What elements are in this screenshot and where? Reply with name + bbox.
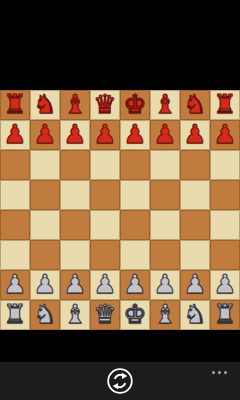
square-e2[interactable]: ♟ (120, 270, 150, 300)
white-queen-piece[interactable]: ♛ (93, 299, 116, 329)
square-e7[interactable]: ♟ (120, 120, 150, 150)
square-a8[interactable]: ♜ (0, 90, 30, 120)
square-d6[interactable] (90, 150, 120, 180)
square-f8[interactable]: ♝ (150, 90, 180, 120)
square-h1[interactable]: ♜ (210, 300, 240, 330)
red-pawn-piece[interactable]: ♟ (33, 119, 56, 149)
square-c3[interactable] (60, 240, 90, 270)
square-g7[interactable]: ♟ (180, 120, 210, 150)
square-g2[interactable]: ♟ (180, 270, 210, 300)
square-c2[interactable]: ♟ (60, 270, 90, 300)
red-pawn-piece[interactable]: ♟ (93, 119, 116, 149)
red-pawn-piece[interactable]: ♟ (3, 119, 26, 149)
square-a3[interactable] (0, 240, 30, 270)
square-e5[interactable] (120, 180, 150, 210)
square-b1[interactable]: ♞ (30, 300, 60, 330)
square-d4[interactable] (90, 210, 120, 240)
white-king-piece[interactable]: ♚ (123, 299, 146, 329)
square-d1[interactable]: ♛ (90, 300, 120, 330)
chess-board: ♜♞♝♛♚♝♞♜♟♟♟♟♟♟♟♟♟♟♟♟♟♟♟♟♜♞♝♛♚♝♞♜ (0, 90, 240, 330)
square-b5[interactable] (30, 180, 60, 210)
white-pawn-piece[interactable]: ♟ (183, 269, 206, 299)
square-d3[interactable] (90, 240, 120, 270)
square-b4[interactable] (30, 210, 60, 240)
red-rook-piece[interactable]: ♜ (213, 89, 236, 119)
red-rook-piece[interactable]: ♜ (3, 89, 26, 119)
square-c6[interactable] (60, 150, 90, 180)
square-a6[interactable] (0, 150, 30, 180)
red-knight-piece[interactable]: ♞ (183, 89, 206, 119)
square-f2[interactable]: ♟ (150, 270, 180, 300)
square-c8[interactable]: ♝ (60, 90, 90, 120)
white-bishop-piece[interactable]: ♝ (153, 299, 176, 329)
overflow-menu-icon[interactable] (212, 371, 227, 374)
square-f4[interactable] (150, 210, 180, 240)
red-pawn-piece[interactable]: ♟ (123, 119, 146, 149)
red-king-piece[interactable]: ♚ (123, 89, 146, 119)
refresh-button[interactable] (106, 367, 134, 395)
red-bishop-piece[interactable]: ♝ (153, 89, 176, 119)
square-e8[interactable]: ♚ (120, 90, 150, 120)
red-pawn-piece[interactable]: ♟ (63, 119, 86, 149)
red-pawn-piece[interactable]: ♟ (183, 119, 206, 149)
white-pawn-piece[interactable]: ♟ (213, 269, 236, 299)
white-pawn-piece[interactable]: ♟ (63, 269, 86, 299)
status-area (0, 0, 240, 90)
white-rook-piece[interactable]: ♜ (213, 299, 236, 329)
square-g4[interactable] (180, 210, 210, 240)
white-pawn-piece[interactable]: ♟ (123, 269, 146, 299)
below-board-area (0, 330, 240, 362)
square-b7[interactable]: ♟ (30, 120, 60, 150)
square-g3[interactable] (180, 240, 210, 270)
white-pawn-piece[interactable]: ♟ (33, 269, 56, 299)
red-knight-piece[interactable]: ♞ (33, 89, 56, 119)
square-b3[interactable] (30, 240, 60, 270)
square-a2[interactable]: ♟ (0, 270, 30, 300)
square-c4[interactable] (60, 210, 90, 240)
square-g5[interactable] (180, 180, 210, 210)
red-pawn-piece[interactable]: ♟ (213, 119, 236, 149)
app-bar (0, 362, 240, 400)
square-c7[interactable]: ♟ (60, 120, 90, 150)
white-pawn-piece[interactable]: ♟ (153, 269, 176, 299)
square-a4[interactable] (0, 210, 30, 240)
square-b8[interactable]: ♞ (30, 90, 60, 120)
square-h4[interactable] (210, 210, 240, 240)
square-d8[interactable]: ♛ (90, 90, 120, 120)
square-e1[interactable]: ♚ (120, 300, 150, 330)
phone-screen: ♜♞♝♛♚♝♞♜♟♟♟♟♟♟♟♟♟♟♟♟♟♟♟♟♜♞♝♛♚♝♞♜ (0, 0, 240, 400)
square-h7[interactable]: ♟ (210, 120, 240, 150)
square-h6[interactable] (210, 150, 240, 180)
square-c1[interactable]: ♝ (60, 300, 90, 330)
square-f7[interactable]: ♟ (150, 120, 180, 150)
square-d7[interactable]: ♟ (90, 120, 120, 150)
square-d2[interactable]: ♟ (90, 270, 120, 300)
red-queen-piece[interactable]: ♛ (93, 89, 116, 119)
square-h2[interactable]: ♟ (210, 270, 240, 300)
red-pawn-piece[interactable]: ♟ (153, 119, 176, 149)
square-d5[interactable] (90, 180, 120, 210)
white-knight-piece[interactable]: ♞ (183, 299, 206, 329)
white-knight-piece[interactable]: ♞ (33, 299, 56, 329)
square-f6[interactable] (150, 150, 180, 180)
square-a1[interactable]: ♜ (0, 300, 30, 330)
square-e4[interactable] (120, 210, 150, 240)
white-pawn-piece[interactable]: ♟ (3, 269, 26, 299)
white-pawn-piece[interactable]: ♟ (93, 269, 116, 299)
square-h3[interactable] (210, 240, 240, 270)
red-bishop-piece[interactable]: ♝ (63, 89, 86, 119)
square-f1[interactable]: ♝ (150, 300, 180, 330)
square-c5[interactable] (60, 180, 90, 210)
square-h8[interactable]: ♜ (210, 90, 240, 120)
square-h5[interactable] (210, 180, 240, 210)
square-b6[interactable] (30, 150, 60, 180)
white-rook-piece[interactable]: ♜ (3, 299, 26, 329)
square-e3[interactable] (120, 240, 150, 270)
refresh-icon (106, 367, 134, 395)
square-e6[interactable] (120, 150, 150, 180)
square-g6[interactable] (180, 150, 210, 180)
square-f5[interactable] (150, 180, 180, 210)
white-bishop-piece[interactable]: ♝ (63, 299, 86, 329)
square-f3[interactable] (150, 240, 180, 270)
square-b2[interactable]: ♟ (30, 270, 60, 300)
square-a5[interactable] (0, 180, 30, 210)
square-g1[interactable]: ♞ (180, 300, 210, 330)
square-a7[interactable]: ♟ (0, 120, 30, 150)
square-g8[interactable]: ♞ (180, 90, 210, 120)
